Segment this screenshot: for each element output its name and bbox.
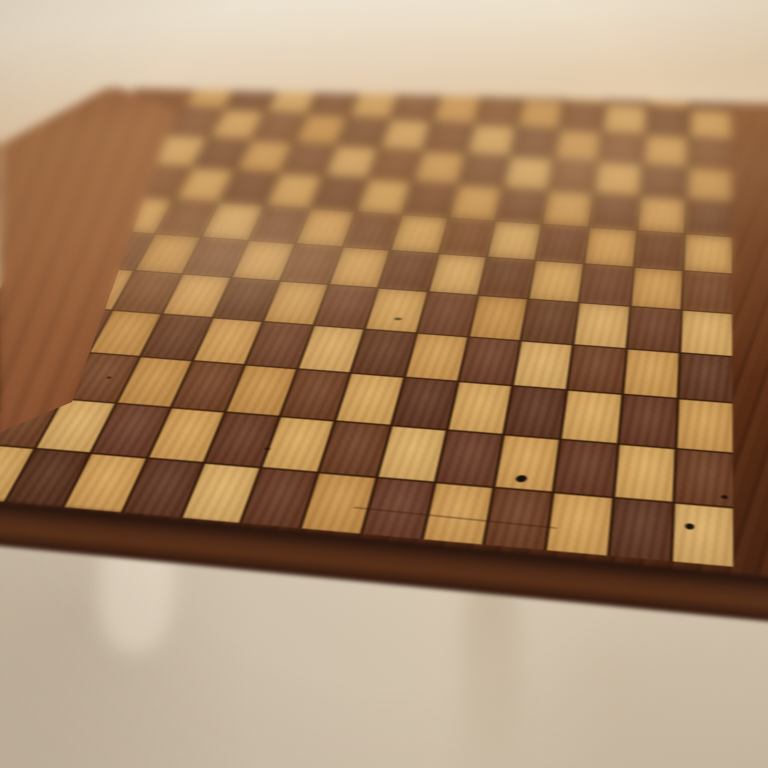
wormhole-large-2	[685, 523, 694, 530]
photo-scene	[0, 0, 768, 768]
wormhole-right	[721, 495, 728, 499]
